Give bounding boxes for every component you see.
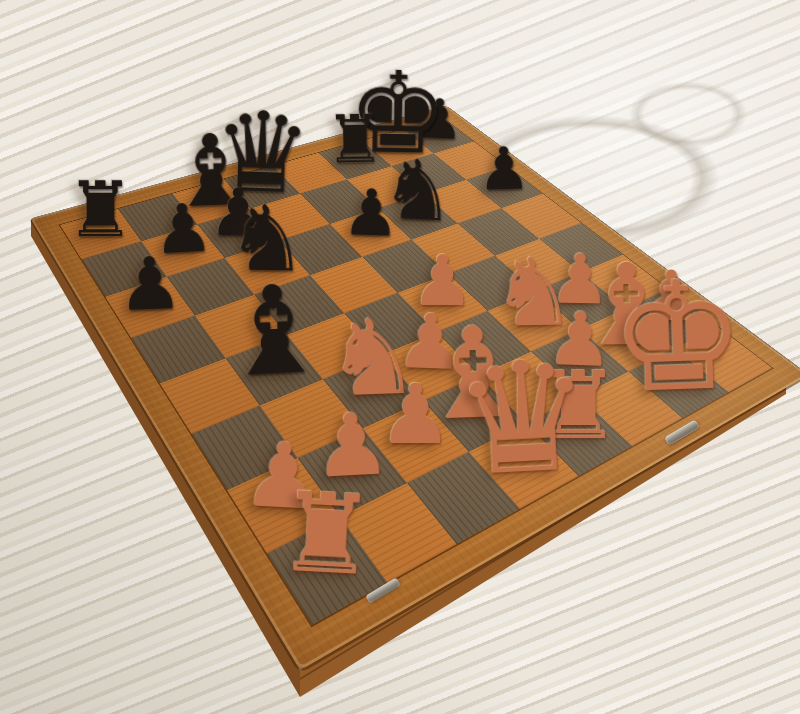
piece-black-pawn-a6[interactable]: ♟: [116, 247, 184, 322]
piece-black-pawn-e6[interactable]: ♟: [341, 180, 401, 246]
piece-red-rook-a1[interactable]: ♜: [275, 478, 379, 593]
piece-black-pawn-h6[interactable]: ♟: [477, 139, 531, 199]
piece-red-king-g1[interactable]: ♚: [608, 259, 748, 414]
chess-photo-scene: ♟♚♜♛♟♝♞♟♟♜♟♞♟♟♟♟♞♝♟♟♝♚♞♝♜♟♛♟♟♜: [0, 0, 800, 714]
piece-black-rook-a8[interactable]: ♜: [66, 172, 135, 249]
piece-black-bishop-b4[interactable]: ♝: [216, 268, 332, 395]
piece-red-queen-d1[interactable]: ♛: [451, 338, 596, 498]
piece-black-rook-f8[interactable]: ♜: [325, 106, 385, 173]
